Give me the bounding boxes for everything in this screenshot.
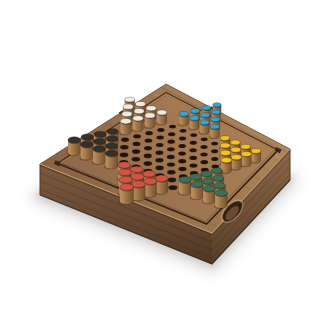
peg-yellow	[240, 152, 251, 168]
peg-green	[202, 185, 216, 204]
board-hole	[120, 153, 129, 158]
board-hole	[132, 149, 140, 154]
board-hole	[178, 144, 186, 148]
board-hole	[169, 125, 176, 129]
peg-green	[214, 190, 228, 209]
board-hole	[133, 134, 141, 138]
board-hole	[168, 185, 177, 190]
peg-white	[156, 110, 167, 126]
board-hole	[201, 137, 208, 141]
board-hole	[179, 136, 186, 140]
board-hole	[178, 152, 186, 156]
board-hole	[167, 170, 175, 175]
peg-white	[144, 113, 156, 129]
peg-black	[67, 137, 81, 157]
peg-black	[79, 141, 93, 161]
board-hole	[201, 160, 209, 164]
board-hole	[121, 138, 129, 142]
board-hole	[178, 167, 186, 171]
board-hole	[144, 146, 152, 150]
board-hole	[144, 154, 152, 159]
board-hole	[168, 132, 175, 136]
board-hole	[189, 156, 197, 160]
peg-blue	[178, 111, 189, 126]
board-hole	[190, 141, 197, 145]
board-hole	[190, 133, 197, 137]
peg-green	[190, 181, 204, 200]
board-hole	[167, 155, 175, 159]
peg-blue	[199, 120, 210, 135]
peg-blue	[188, 116, 199, 131]
peg-white	[131, 116, 143, 133]
board-hole	[156, 135, 164, 139]
board-hole	[155, 158, 163, 163]
board-hole	[167, 147, 175, 151]
board-hole	[157, 128, 164, 132]
peg-black	[92, 146, 106, 166]
peg-yellow	[250, 149, 261, 164]
peg-white	[119, 119, 131, 136]
board-hole	[167, 140, 175, 144]
board-hole	[190, 163, 198, 167]
board-hole	[211, 142, 218, 146]
board-hole	[156, 143, 164, 147]
board-hole	[155, 151, 163, 155]
chinese-checkers-box-scene	[0, 0, 320, 320]
board-hole	[155, 166, 163, 171]
board-hole	[211, 149, 218, 153]
board-hole	[168, 178, 177, 183]
board-hole	[178, 159, 186, 163]
board-hole	[180, 129, 187, 133]
board-hole	[132, 157, 141, 162]
board-hole	[200, 153, 207, 157]
board-hole	[211, 157, 218, 161]
peg-black	[104, 150, 118, 169]
peg-blue	[209, 124, 220, 139]
board-hole	[133, 142, 141, 146]
board-hole	[144, 161, 153, 166]
board-hole	[200, 145, 207, 149]
peg-green	[178, 177, 192, 196]
board-hole	[120, 145, 128, 150]
board-hole	[167, 162, 175, 166]
chinese-checkers-product-photo	[0, 0, 320, 320]
board-hole	[145, 131, 153, 135]
peg-red	[119, 184, 134, 205]
board-hole	[145, 139, 153, 143]
board-hole	[189, 148, 196, 152]
